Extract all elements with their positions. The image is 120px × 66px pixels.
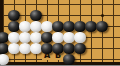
white-stone[interactable] [8,32,20,44]
black-stone[interactable] [96,21,108,33]
white-stone[interactable] [52,32,64,44]
white-stone[interactable] [19,43,31,55]
white-stone[interactable] [8,43,20,55]
white-stone[interactable] [30,32,42,44]
white-stone[interactable] [41,21,53,33]
black-stone[interactable] [85,21,97,33]
black-stone[interactable] [30,10,42,22]
white-stone[interactable] [30,43,42,55]
black-stone[interactable] [63,43,75,55]
white-stone[interactable] [0,54,9,65]
black-stone[interactable] [74,21,86,33]
black-stone[interactable] [74,43,86,55]
white-stone[interactable] [74,32,86,44]
white-stone[interactable] [19,21,31,33]
black-stone[interactable] [8,21,20,33]
black-stone[interactable] [52,21,64,33]
go-board[interactable]: АБ [0,0,120,65]
black-stone[interactable] [52,43,64,55]
black-stone[interactable] [8,10,20,22]
go-diagram: АБ [0,0,120,65]
black-stone[interactable] [63,21,75,33]
grid-vline [113,0,114,62]
board-edge-bottom [0,62,120,66]
black-stone[interactable] [63,54,75,65]
black-stone[interactable] [41,43,53,55]
grid-hline [0,4,120,5]
white-stone[interactable] [19,32,31,44]
star-point [101,14,104,17]
white-stone[interactable] [63,32,75,44]
black-stone[interactable] [41,32,53,44]
white-stone[interactable] [30,21,42,33]
